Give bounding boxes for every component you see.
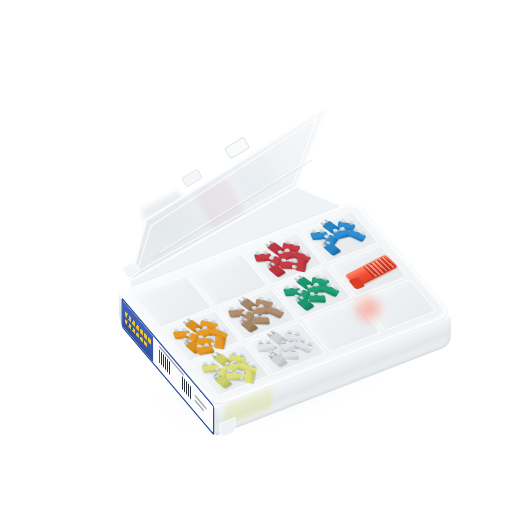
fuse-blade-tab (304, 252, 310, 257)
fuse-blade-tab (278, 308, 284, 313)
fuse-blade-tab (292, 285, 298, 289)
scene (0, 0, 515, 515)
blade-fuse-clear (281, 351, 299, 359)
fuse-blade-tab (293, 242, 298, 246)
fuse-blade-tab (360, 231, 366, 236)
fuse-blade-tab (196, 344, 202, 348)
fuse-blade-tab (280, 340, 286, 344)
blade-fuse-tan (252, 317, 270, 325)
fuse-puller (344, 254, 397, 287)
fuse-blade-tab (311, 230, 317, 234)
fuse-blade-tab (281, 259, 286, 263)
fuse-blade-tab (174, 328, 180, 332)
fuse-blade-tab (251, 363, 257, 368)
blade-fuse-blue (322, 242, 341, 256)
fuse-blade-tab (228, 370, 233, 374)
fuse-blade-tab (285, 240, 290, 244)
fuse-blade-tab (259, 296, 264, 300)
fuse-blade-tab (251, 306, 257, 310)
fuse-blade-tab (293, 259, 298, 263)
fuse-blade-tab (258, 304, 264, 308)
fuse-blade-tab (211, 319, 216, 323)
fuse-blade-tab (322, 276, 327, 280)
fuse-blade-tab (285, 285, 291, 289)
fuse-blade-tab (295, 332, 300, 336)
blade-fuse-blue (347, 229, 367, 242)
fuse-blade-tab (210, 362, 216, 366)
fuse-blade-tab (232, 352, 237, 356)
fuse-blade-tab (341, 219, 346, 223)
fuse-blade-tab (211, 336, 216, 340)
fuse-blade-tab (292, 265, 297, 269)
fuse-blade-tab (256, 251, 262, 255)
fuse-blade-tab (266, 298, 271, 302)
fuse-blade-tab (271, 330, 277, 334)
fuse-blade-tab (287, 338, 293, 342)
fuse-blade-tab (297, 249, 303, 254)
fuse-blade-tab (314, 275, 319, 279)
fuse-blade-tab (181, 328, 187, 332)
fuse-blade-tab (211, 355, 217, 359)
lid-latch-recess (182, 169, 203, 187)
fuse-blade-tab (319, 229, 325, 233)
blade-fuse-orange (214, 335, 226, 349)
lid-latch-recess (224, 137, 249, 159)
fuse-blade-tab (288, 330, 293, 334)
fuse-blade-tab (186, 318, 192, 322)
puller-grip-ridges (362, 256, 395, 278)
fuse-blade-tab (244, 360, 250, 365)
fuse-blade-tab (222, 329, 228, 334)
fuse-blade-tab (212, 376, 218, 380)
blade-fuse-green (308, 295, 326, 303)
fuse-blade-tab (310, 293, 315, 297)
fuse-blade-tab (203, 343, 209, 347)
fuse-blade-tab (199, 336, 204, 340)
fuse-blade-tab (283, 348, 288, 352)
fuse-blade-tab (291, 349, 296, 353)
fuse-blade-tab (258, 341, 264, 345)
fuse-blade-tab (203, 363, 209, 367)
fuse-blade-tab (307, 342, 313, 347)
fuse-blade-tab (264, 243, 270, 247)
fuse-blade-tab (348, 221, 353, 225)
fuse-blade-tab (242, 296, 248, 300)
blade-fuse-red (295, 258, 307, 272)
fuse-blade-tab (326, 283, 332, 288)
fuse-blade-tab (229, 307, 235, 311)
fuse-blade-tab (265, 264, 271, 268)
fuse-blade-tab (263, 251, 269, 255)
blade-fuse-yellow (243, 369, 255, 383)
fuse-blade-tab (353, 227, 359, 232)
fuse-blade-tab (271, 305, 277, 310)
fuse-blade-tab (300, 339, 306, 344)
fuse-blade-tab (262, 314, 267, 318)
fuse-blade-tab (240, 370, 245, 374)
fuse-blade-tab (333, 286, 339, 291)
fuse-blade-tab (239, 376, 244, 380)
fuse-blade-tab (318, 293, 323, 297)
fuse-blade-tab (294, 298, 300, 302)
fuse-blade-tab (240, 353, 245, 357)
fuse-blade-tab (266, 340, 272, 344)
fuse-blade-tab (293, 277, 299, 281)
fuse-blade-tab (215, 326, 221, 331)
fuse-blade-tab (203, 318, 208, 322)
puller-nose (348, 277, 365, 290)
fuse-blade-tab (183, 342, 189, 346)
blade-fuse-orange (195, 345, 215, 355)
fuse-blade-tab (237, 306, 243, 310)
fuse-blade-tab (320, 222, 326, 226)
